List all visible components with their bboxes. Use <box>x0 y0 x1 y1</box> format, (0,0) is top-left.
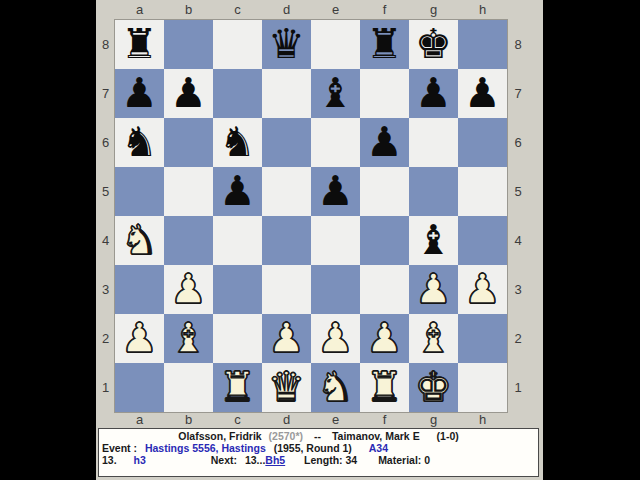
square-f1[interactable]: ♜ <box>360 363 409 412</box>
square-c8[interactable] <box>213 20 262 69</box>
file-label-e: e <box>311 412 360 428</box>
square-a8[interactable]: ♜ <box>115 20 164 69</box>
square-a4[interactable]: ♞ <box>115 216 164 265</box>
game-info-panel: Olafsson, Fridrik (2570*) -- Taimanov, M… <box>98 428 539 477</box>
white-player-name: Olafsson, Fridrik <box>178 430 261 442</box>
game-length: Length: 34 <box>304 454 357 466</box>
square-h3[interactable]: ♟ <box>458 265 507 314</box>
square-g8[interactable]: ♚ <box>409 20 458 69</box>
square-f4[interactable] <box>360 216 409 265</box>
square-e3[interactable] <box>311 265 360 314</box>
white-rook: ♜ <box>366 363 403 412</box>
square-b3[interactable]: ♟ <box>164 265 213 314</box>
white-player-rating: (2570*) <box>269 430 303 442</box>
white-bishop: ♝ <box>415 314 452 363</box>
white-rook: ♜ <box>219 363 256 412</box>
square-a3[interactable] <box>115 265 164 314</box>
next-move-number: 13... <box>245 454 265 466</box>
square-e4[interactable] <box>311 216 360 265</box>
rank-label-7: 7 <box>507 69 529 118</box>
file-label-a: a <box>115 2 164 18</box>
black-pawn: ♟ <box>415 69 452 118</box>
black-pawn: ♟ <box>170 69 207 118</box>
square-g5[interactable] <box>409 167 458 216</box>
square-e1[interactable]: ♞ <box>311 363 360 412</box>
rank-label-3: 3 <box>507 265 529 314</box>
file-label-h: h <box>458 2 507 18</box>
white-pawn: ♟ <box>121 314 158 363</box>
square-h5[interactable] <box>458 167 507 216</box>
white-bishop: ♝ <box>170 314 207 363</box>
file-label-d: d <box>262 412 311 428</box>
square-d4[interactable] <box>262 216 311 265</box>
square-b2[interactable]: ♝ <box>164 314 213 363</box>
square-a1[interactable] <box>115 363 164 412</box>
square-f3[interactable] <box>360 265 409 314</box>
rank-label-2: 2 <box>507 314 529 363</box>
square-b8[interactable] <box>164 20 213 69</box>
white-pawn: ♟ <box>464 265 501 314</box>
square-f5[interactable] <box>360 167 409 216</box>
file-label-a: a <box>115 412 164 428</box>
square-g1[interactable]: ♚ <box>409 363 458 412</box>
square-e7[interactable]: ♝ <box>311 69 360 118</box>
square-c6[interactable]: ♞ <box>213 118 262 167</box>
square-c3[interactable] <box>213 265 262 314</box>
square-h8[interactable] <box>458 20 507 69</box>
rank-label-8: 8 <box>96 20 115 69</box>
square-d3[interactable] <box>262 265 311 314</box>
square-b1[interactable] <box>164 363 213 412</box>
square-f2[interactable]: ♟ <box>360 314 409 363</box>
square-g4[interactable]: ♝ <box>409 216 458 265</box>
square-d8[interactable]: ♛ <box>262 20 311 69</box>
black-knight: ♞ <box>121 118 158 167</box>
square-b6[interactable] <box>164 118 213 167</box>
square-c1[interactable]: ♜ <box>213 363 262 412</box>
white-pawn: ♟ <box>366 314 403 363</box>
black-queen: ♛ <box>268 20 305 69</box>
event-line: Event : Hastings 5556, Hastings (1955, R… <box>99 443 538 454</box>
event-round: (1955, Round 1) <box>274 442 352 454</box>
square-b4[interactable] <box>164 216 213 265</box>
white-knight: ♞ <box>121 216 158 265</box>
white-pawn: ♟ <box>170 265 207 314</box>
square-d2[interactable]: ♟ <box>262 314 311 363</box>
rank-label-2: 2 <box>96 314 115 363</box>
file-label-e: e <box>311 2 360 18</box>
next-label: Next: <box>211 454 237 466</box>
file-label-b: b <box>164 2 213 18</box>
rank-label-5: 5 <box>507 167 529 216</box>
black-rook: ♜ <box>366 20 403 69</box>
square-h7[interactable]: ♟ <box>458 69 507 118</box>
white-knight: ♞ <box>317 363 354 412</box>
black-player-name: Taimanov, Mark E <box>332 430 420 442</box>
move-line: 13. h3 Next: 13...Bh5 Length: 34 Materia… <box>99 455 538 466</box>
square-d6[interactable] <box>262 118 311 167</box>
file-label-f: f <box>360 412 409 428</box>
rank-labels-left: 87654321 <box>96 20 115 412</box>
black-pawn: ♟ <box>121 69 158 118</box>
rank-label-4: 4 <box>96 216 115 265</box>
black-king: ♚ <box>415 20 452 69</box>
square-b7[interactable]: ♟ <box>164 69 213 118</box>
white-pawn: ♟ <box>415 265 452 314</box>
material-balance: Material: 0 <box>378 454 430 466</box>
file-label-g: g <box>409 2 458 18</box>
square-g2[interactable]: ♝ <box>409 314 458 363</box>
white-queen: ♛ <box>268 363 305 412</box>
rank-label-5: 5 <box>96 167 115 216</box>
square-f6[interactable]: ♟ <box>360 118 409 167</box>
rank-label-4: 4 <box>507 216 529 265</box>
file-label-f: f <box>360 2 409 18</box>
square-c5[interactable]: ♟ <box>213 167 262 216</box>
next-move-link[interactable]: Bh5 <box>265 454 285 466</box>
players-separator-dash: -- <box>314 430 321 442</box>
square-g6[interactable] <box>409 118 458 167</box>
square-f7[interactable] <box>360 69 409 118</box>
black-bishop: ♝ <box>415 216 452 265</box>
file-label-c: c <box>213 412 262 428</box>
white-king: ♚ <box>415 363 452 412</box>
players-line: Olafsson, Fridrik (2570*) -- Taimanov, M… <box>99 431 538 442</box>
black-pawn: ♟ <box>317 167 354 216</box>
square-e5[interactable]: ♟ <box>311 167 360 216</box>
square-d7[interactable] <box>262 69 311 118</box>
file-label-d: d <box>262 2 311 18</box>
black-pawn: ♟ <box>366 118 403 167</box>
square-h4[interactable] <box>458 216 507 265</box>
move-number: 13. <box>102 454 117 466</box>
square-h2[interactable] <box>458 314 507 363</box>
square-d1[interactable]: ♛ <box>262 363 311 412</box>
square-a6[interactable]: ♞ <box>115 118 164 167</box>
square-c4[interactable] <box>213 216 262 265</box>
square-a2[interactable]: ♟ <box>115 314 164 363</box>
file-label-b: b <box>164 412 213 428</box>
eco-code-link[interactable]: A34 <box>369 442 388 454</box>
file-label-h: h <box>458 412 507 428</box>
black-pawn: ♟ <box>464 69 501 118</box>
rank-label-6: 6 <box>507 118 529 167</box>
square-h1[interactable] <box>458 363 507 412</box>
white-pawn: ♟ <box>317 314 354 363</box>
square-g7[interactable]: ♟ <box>409 69 458 118</box>
game-result: (1-0) <box>437 430 459 442</box>
rank-label-6: 6 <box>96 118 115 167</box>
black-pawn: ♟ <box>219 167 256 216</box>
square-h6[interactable] <box>458 118 507 167</box>
event-name-link[interactable]: Hastings 5556, Hastings <box>145 442 266 454</box>
square-a5[interactable] <box>115 167 164 216</box>
square-c7[interactable] <box>213 69 262 118</box>
rank-label-1: 1 <box>507 363 529 412</box>
square-e2[interactable]: ♟ <box>311 314 360 363</box>
square-f8[interactable]: ♜ <box>360 20 409 69</box>
rank-label-3: 3 <box>96 265 115 314</box>
rank-label-1: 1 <box>96 363 115 412</box>
square-b5[interactable] <box>164 167 213 216</box>
chess-board: ♜♛♜♚♟♟♝♟♟♞♞♟♟♟♞♝♟♟♟♟♝♟♟♟♝♜♛♞♜♚ <box>115 20 507 412</box>
file-label-c: c <box>213 2 262 18</box>
black-bishop: ♝ <box>317 69 354 118</box>
rank-labels-right: 87654321 <box>507 20 529 412</box>
chess-viewer: abcdefgh 87654321 ♜♛♜♚♟♟♝♟♟♞♞♟♟♟♞♝♟♟♟♟♝♟… <box>96 0 543 480</box>
square-a7[interactable]: ♟ <box>115 69 164 118</box>
square-d5[interactable] <box>262 167 311 216</box>
file-labels-bottom: abcdefgh <box>115 412 507 428</box>
last-move-link[interactable]: h3 <box>134 454 146 466</box>
square-c2[interactable] <box>213 314 262 363</box>
black-knight: ♞ <box>219 118 256 167</box>
square-e6[interactable] <box>311 118 360 167</box>
square-e8[interactable] <box>311 20 360 69</box>
rank-label-8: 8 <box>507 20 529 69</box>
file-label-g: g <box>409 412 458 428</box>
black-rook: ♜ <box>121 20 158 69</box>
file-labels-top: abcdefgh <box>115 2 507 18</box>
rank-label-7: 7 <box>96 69 115 118</box>
square-g3[interactable]: ♟ <box>409 265 458 314</box>
white-pawn: ♟ <box>268 314 305 363</box>
event-label: Event : <box>102 442 137 454</box>
